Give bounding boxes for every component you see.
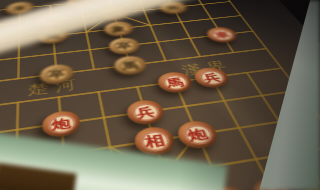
piece-glyph: 兵 (201, 72, 222, 84)
red-soldier[interactable]: 兵 (124, 98, 167, 126)
red-cannon[interactable]: 炮 (42, 109, 82, 139)
piece-face: 馬 (160, 74, 190, 91)
piece-glyph: 炮 (51, 116, 71, 131)
piece-face: 相 (138, 129, 172, 153)
black-horse[interactable]: 馬 (112, 55, 149, 77)
piece-face: 兵 (196, 69, 226, 86)
piece-glyph: 馬 (165, 76, 185, 88)
red-chariot[interactable]: 車 (204, 26, 241, 44)
piece-face: 卒 (112, 39, 137, 53)
piece-glyph: 相 (143, 133, 166, 149)
piece-face: 馬 (117, 57, 144, 73)
black-elephant[interactable]: 象 (103, 20, 135, 37)
piece-face: 象 (107, 23, 131, 35)
piece-glyph: 卒 (48, 68, 65, 79)
piece-glyph: 馬 (121, 60, 139, 71)
piece-face: 卒 (44, 66, 69, 83)
piece-glyph: 車 (213, 30, 231, 39)
piece-glyph: 兵 (135, 105, 156, 119)
black-soldier[interactable]: 卒 (40, 63, 75, 86)
black-soldier[interactable]: 卒 (107, 37, 141, 56)
red-horse[interactable]: 馬 (155, 71, 196, 95)
red-soldier[interactable]: 兵 (191, 66, 233, 89)
piece-face: 炮 (180, 123, 215, 146)
piece-glyph: 卒 (116, 41, 133, 51)
piece-glyph: 炮 (165, 4, 181, 11)
photo-scene: 楚 河 漢 界 車將馬士炮炮象卒卒車卒馬馬兵炮兵相炮帥仕仕相 (0, 0, 320, 190)
piece-face: 車 (209, 28, 236, 41)
piece-glyph: 象 (111, 25, 127, 34)
piece-glyph: 炮 (186, 126, 210, 142)
red-cannon[interactable]: 炮 (174, 119, 222, 151)
piece-face: 兵 (130, 102, 161, 123)
piece-face: 炮 (47, 113, 76, 135)
piece-glyph: 車 (13, 5, 27, 12)
